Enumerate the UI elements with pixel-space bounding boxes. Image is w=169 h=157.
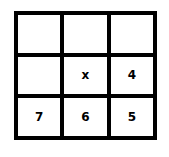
cell-r2c1: 6 xyxy=(64,98,106,136)
cell-r2c0: 7 xyxy=(18,98,60,136)
cell-r0c1 xyxy=(64,15,106,53)
puzzle-grid: x 4 7 6 5 xyxy=(14,11,157,140)
cell-r0c2 xyxy=(111,15,153,53)
cell-r2c2: 5 xyxy=(111,98,153,136)
cell-r0c0 xyxy=(18,15,60,53)
cell-r1c0 xyxy=(18,57,60,95)
cell-r1c1: x xyxy=(64,57,106,95)
cell-r1c2: 4 xyxy=(111,57,153,95)
puzzle-page: x 4 7 6 5 xyxy=(0,0,169,157)
